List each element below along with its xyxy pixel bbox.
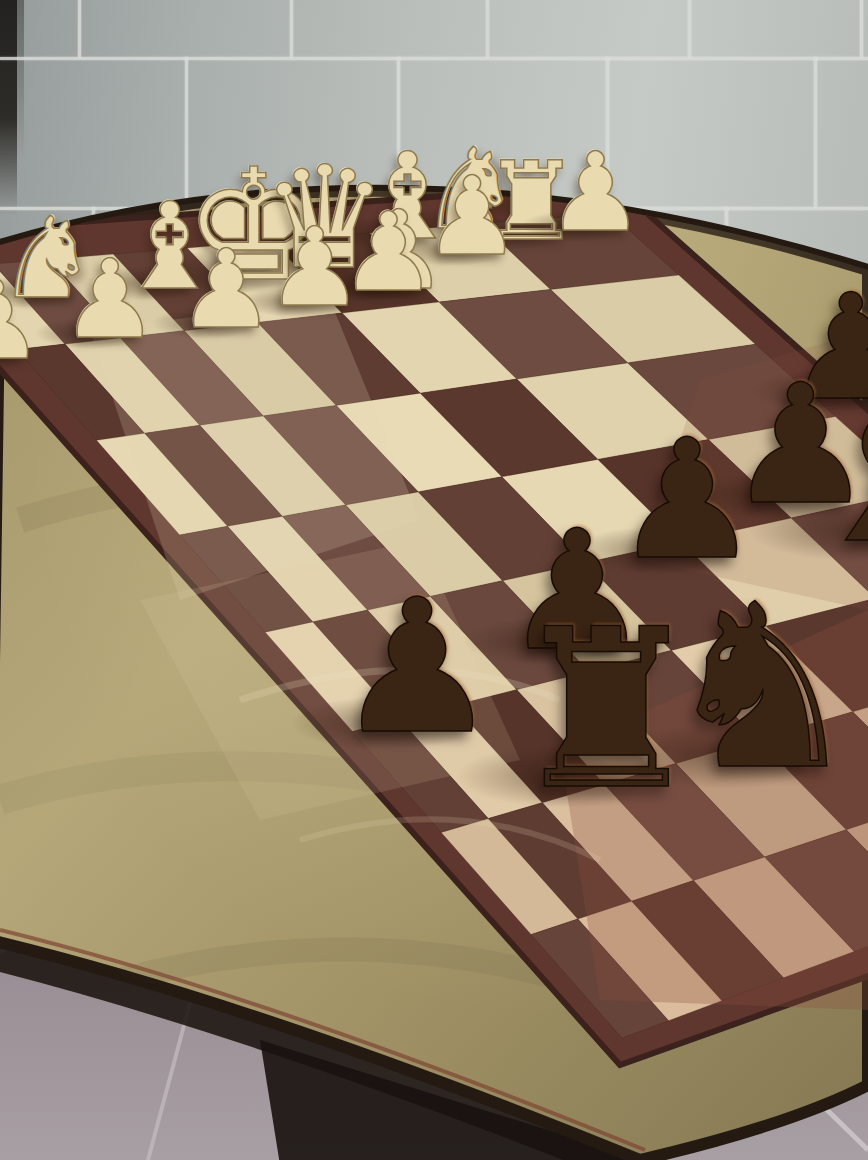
white-pawn-a2: ♟ [547,139,645,248]
white-pawn-g2: ♟ [61,246,159,355]
white-pawn-f2: ♟ [178,236,276,345]
black-pawn-f6: ♟ [334,575,500,760]
white-pawn-h2: ♟ [0,268,44,377]
chess-photo-scene: ♜♞♝♚♛♝♞♜♟♟♟♟♟♟♟♟♟♝♟♟♟♞♜♟ [0,0,868,1160]
chess-pieces-layer: ♜♞♝♚♛♝♞♜♟♟♟♟♟♟♟♟♟♝♟♟♟♞♜♟ [0,0,868,1160]
black-rook-e6: ♜ [508,600,705,820]
white-pawn-e2: ♟ [266,214,364,323]
